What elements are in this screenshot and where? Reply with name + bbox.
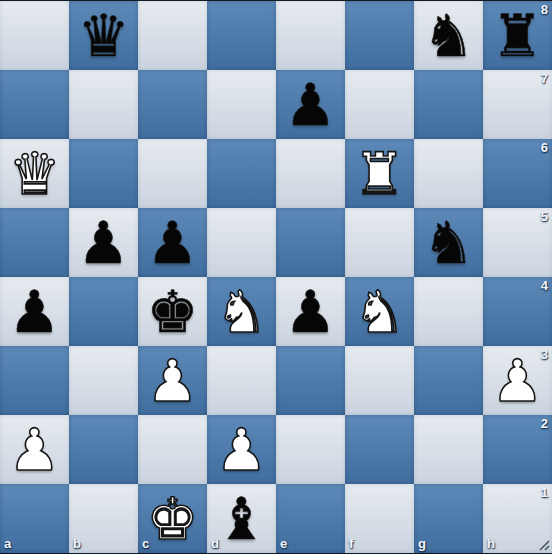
rank-label-1: 1 [541,485,548,500]
file-label-f: f [349,536,353,551]
square-e4[interactable]: ♟ [276,277,345,346]
rank-label-6: 6 [541,140,548,155]
white-pawn[interactable]: ♟ [0,415,69,484]
square-d4[interactable]: ♞ [207,277,276,346]
square-b1[interactable]: b [69,484,138,553]
square-b4[interactable] [69,277,138,346]
square-e2[interactable] [276,415,345,484]
square-c4[interactable]: ♚ [138,277,207,346]
square-a3[interactable] [0,346,69,415]
rank-label-4: 4 [541,278,548,293]
resize-handle-icon[interactable] [536,537,550,551]
square-f2[interactable] [345,415,414,484]
square-h7[interactable]: 7 [483,70,552,139]
file-label-e: e [280,536,287,551]
square-f6[interactable]: ♜ [345,139,414,208]
square-h2[interactable]: 2 [483,415,552,484]
square-a6[interactable]: ♛ [0,139,69,208]
square-h4[interactable]: 4 [483,277,552,346]
square-a5[interactable] [0,208,69,277]
square-g8[interactable]: ♞ [414,1,483,70]
square-f1[interactable]: f [345,484,414,553]
square-c3[interactable]: ♟ [138,346,207,415]
black-knight[interactable]: ♞ [414,1,483,70]
square-g1[interactable]: g [414,484,483,553]
white-pawn[interactable]: ♟ [138,346,207,415]
white-rook[interactable]: ♜ [345,139,414,208]
black-queen[interactable]: ♛ [69,1,138,70]
rank-label-2: 2 [541,416,548,431]
square-e1[interactable]: e [276,484,345,553]
square-a7[interactable] [0,70,69,139]
square-h3[interactable]: ♟3 [483,346,552,415]
square-g6[interactable] [414,139,483,208]
square-b6[interactable] [69,139,138,208]
square-f3[interactable] [345,346,414,415]
square-g7[interactable] [414,70,483,139]
black-pawn[interactable]: ♟ [138,208,207,277]
file-label-g: g [418,536,426,551]
square-d8[interactable] [207,1,276,70]
black-pawn[interactable]: ♟ [276,70,345,139]
square-g3[interactable] [414,346,483,415]
square-c7[interactable] [138,70,207,139]
square-b3[interactable] [69,346,138,415]
square-a1[interactable]: a [0,484,69,553]
square-f4[interactable]: ♞ [345,277,414,346]
white-knight[interactable]: ♞ [207,277,276,346]
square-f7[interactable] [345,70,414,139]
square-g4[interactable] [414,277,483,346]
square-d1[interactable]: ♝d [207,484,276,553]
rank-label-5: 5 [541,209,548,224]
white-king[interactable]: ♚ [138,484,207,553]
black-bishop[interactable]: ♝ [207,484,276,553]
black-pawn[interactable]: ♟ [0,277,69,346]
square-c6[interactable] [138,139,207,208]
white-knight[interactable]: ♞ [345,277,414,346]
square-a8[interactable] [0,1,69,70]
black-rook[interactable]: ♜ [483,1,552,70]
square-b8[interactable]: ♛ [69,1,138,70]
chess-board-wrapper: ♛♞♜8♟7♛♜6♟♟♞5♟♚♞♟♞4♟♟3♟♟2ab♚c♝defgh1 [0,0,552,554]
black-pawn[interactable]: ♟ [276,277,345,346]
square-d5[interactable] [207,208,276,277]
square-h6[interactable]: 6 [483,139,552,208]
square-b7[interactable] [69,70,138,139]
white-pawn[interactable]: ♟ [207,415,276,484]
square-d2[interactable]: ♟ [207,415,276,484]
square-d3[interactable] [207,346,276,415]
square-c2[interactable] [138,415,207,484]
square-d6[interactable] [207,139,276,208]
square-a2[interactable]: ♟ [0,415,69,484]
black-pawn[interactable]: ♟ [69,208,138,277]
square-e5[interactable] [276,208,345,277]
square-f5[interactable] [345,208,414,277]
square-b5[interactable]: ♟ [69,208,138,277]
square-h5[interactable]: 5 [483,208,552,277]
file-label-h: h [487,536,495,551]
square-g2[interactable] [414,415,483,484]
square-e6[interactable] [276,139,345,208]
file-label-a: a [4,536,11,551]
square-c1[interactable]: ♚c [138,484,207,553]
square-e3[interactable] [276,346,345,415]
square-e8[interactable] [276,1,345,70]
square-b2[interactable] [69,415,138,484]
white-queen[interactable]: ♛ [0,139,69,208]
square-d7[interactable] [207,70,276,139]
black-knight[interactable]: ♞ [414,208,483,277]
square-e7[interactable]: ♟ [276,70,345,139]
square-a4[interactable]: ♟ [0,277,69,346]
square-c5[interactable]: ♟ [138,208,207,277]
black-king[interactable]: ♚ [138,277,207,346]
rank-label-7: 7 [541,71,548,86]
square-f8[interactable] [345,1,414,70]
chess-board: ♛♞♜8♟7♛♜6♟♟♞5♟♚♞♟♞4♟♟3♟♟2ab♚c♝defgh1 [0,1,552,553]
file-label-b: b [73,536,81,551]
square-c8[interactable] [138,1,207,70]
white-pawn[interactable]: ♟ [483,346,552,415]
square-h8[interactable]: ♜8 [483,1,552,70]
square-g5[interactable]: ♞ [414,208,483,277]
square-h1[interactable]: h1 [483,484,552,553]
